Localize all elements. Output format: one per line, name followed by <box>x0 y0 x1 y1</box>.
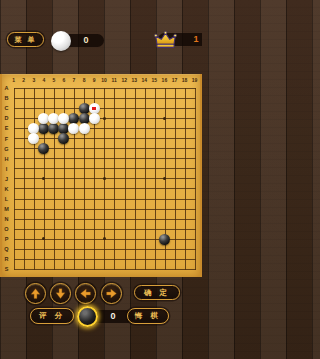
col-label: 1 <box>9 77 19 83</box>
col-label: 16 <box>159 77 169 83</box>
go-app-screen: { "game": "go", "position": { "size": 19… <box>0 0 202 359</box>
stones-layer <box>9 83 200 274</box>
go-board[interactable]: 12345678910111213141516171819 ABCDEFGHIJ… <box>0 74 202 277</box>
col-label: 18 <box>179 77 189 83</box>
col-label: 15 <box>149 77 159 83</box>
last-move-marker <box>92 107 95 110</box>
col-label: 11 <box>109 77 119 83</box>
col-label: 14 <box>139 77 149 83</box>
up-arrow-icon <box>29 287 42 300</box>
stone-black <box>38 143 49 154</box>
column-labels: 12345678910111213141516171819 <box>9 77 200 83</box>
confirm-button[interactable]: 确 定 <box>134 285 180 300</box>
left-arrow-icon <box>79 287 92 300</box>
stone-white <box>28 133 39 144</box>
undo-button[interactable]: 悔 棋 <box>127 308 169 324</box>
col-label: 4 <box>39 77 49 83</box>
stone-white <box>58 113 69 124</box>
col-label: 17 <box>169 77 179 83</box>
col-label: 6 <box>59 77 69 83</box>
black-turn-stone-indicator <box>77 306 98 327</box>
col-label: 3 <box>29 77 39 83</box>
crown-icon <box>154 30 177 50</box>
stone-white <box>68 123 79 134</box>
white-stone-icon <box>51 31 71 51</box>
col-label: 7 <box>69 77 79 83</box>
stone-white <box>89 113 100 124</box>
col-label: 13 <box>129 77 139 83</box>
move-down-button[interactable] <box>50 283 71 304</box>
menu-button[interactable]: 菜 单 <box>7 32 44 47</box>
down-arrow-icon <box>54 287 67 300</box>
stone-black <box>159 234 170 245</box>
col-label: 2 <box>19 77 29 83</box>
score-button[interactable]: 评 分 <box>30 308 74 324</box>
move-left-button[interactable] <box>75 283 96 304</box>
move-right-button[interactable] <box>101 283 122 304</box>
stone-white <box>79 123 90 134</box>
stone-black <box>58 133 69 144</box>
col-label: 9 <box>89 77 99 83</box>
col-label: 19 <box>190 77 200 83</box>
col-label: 12 <box>119 77 129 83</box>
right-arrow-icon <box>105 287 118 300</box>
move-up-button[interactable] <box>25 283 46 304</box>
col-label: 10 <box>99 77 109 83</box>
col-label: 8 <box>79 77 89 83</box>
col-label: 5 <box>49 77 59 83</box>
